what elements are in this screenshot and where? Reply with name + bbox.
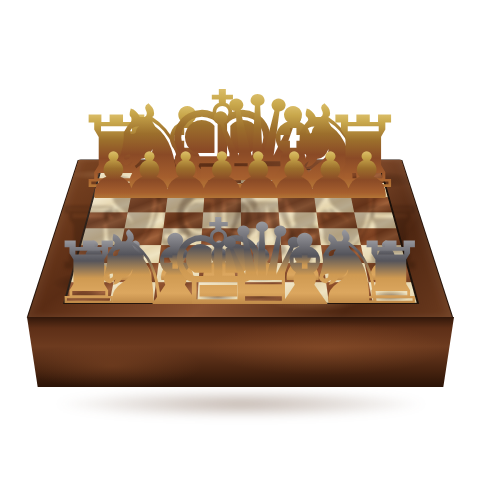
chess-set-photo: ♜♞♝♚♛♝♞♜ ♜♞♝♚♛♝♞♜♟♟♟♟♟♟♟♟♟♟♟♟♟♟♟♟♜♞♝♚♛♝♞… (0, 0, 480, 480)
silver-rook[interactable]: ♜ (352, 230, 429, 316)
floor-shadow (55, 390, 427, 418)
gold-pawn[interactable]: ♟ (338, 144, 395, 208)
